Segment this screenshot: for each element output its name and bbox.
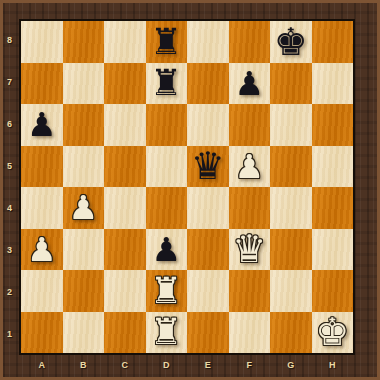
file-label-c: C xyxy=(104,356,146,374)
square-b4[interactable]: ♟ xyxy=(63,187,105,229)
square-a1[interactable] xyxy=(21,312,63,354)
square-d4[interactable] xyxy=(146,187,188,229)
square-e2[interactable] xyxy=(187,270,229,312)
square-g7[interactable] xyxy=(270,63,312,105)
square-e7[interactable] xyxy=(187,63,229,105)
chess-board[interactable]: ♜♚♜♟♟♛♟♟♟♟♛♜♜♚ xyxy=(19,19,355,355)
square-e8[interactable] xyxy=(187,21,229,63)
black-pawn-piece[interactable]: ♟ xyxy=(21,104,63,146)
square-d8[interactable]: ♜ xyxy=(146,21,188,63)
square-g4[interactable] xyxy=(270,187,312,229)
square-c8[interactable] xyxy=(104,21,146,63)
square-b6[interactable] xyxy=(63,104,105,146)
square-d3[interactable]: ♟ xyxy=(146,229,188,271)
square-f3[interactable]: ♛ xyxy=(229,229,271,271)
square-a7[interactable] xyxy=(21,63,63,105)
square-c2[interactable] xyxy=(104,270,146,312)
square-f8[interactable] xyxy=(229,21,271,63)
rank-label-8: 8 xyxy=(0,19,19,61)
square-b2[interactable] xyxy=(63,270,105,312)
square-h5[interactable] xyxy=(312,146,354,188)
white-rook-piece[interactable]: ♜ xyxy=(146,312,188,354)
square-f6[interactable] xyxy=(229,104,271,146)
file-label-a: A xyxy=(21,356,63,374)
white-pawn-piece[interactable]: ♟ xyxy=(63,187,105,229)
square-f4[interactable] xyxy=(229,187,271,229)
square-g1[interactable] xyxy=(270,312,312,354)
square-g6[interactable] xyxy=(270,104,312,146)
square-a6[interactable]: ♟ xyxy=(21,104,63,146)
square-c3[interactable] xyxy=(104,229,146,271)
square-b3[interactable] xyxy=(63,229,105,271)
square-e3[interactable] xyxy=(187,229,229,271)
square-e4[interactable] xyxy=(187,187,229,229)
square-h3[interactable] xyxy=(312,229,354,271)
square-c4[interactable] xyxy=(104,187,146,229)
square-g8[interactable]: ♚ xyxy=(270,21,312,63)
square-c7[interactable] xyxy=(104,63,146,105)
black-pawn-piece[interactable]: ♟ xyxy=(229,63,271,105)
square-e5[interactable]: ♛ xyxy=(187,146,229,188)
square-a2[interactable] xyxy=(21,270,63,312)
square-g2[interactable] xyxy=(270,270,312,312)
square-b7[interactable] xyxy=(63,63,105,105)
square-d2[interactable]: ♜ xyxy=(146,270,188,312)
white-queen-piece[interactable]: ♛ xyxy=(229,229,271,271)
rank-label-4: 4 xyxy=(0,187,19,229)
square-f7[interactable]: ♟ xyxy=(229,63,271,105)
file-label-b: B xyxy=(63,356,105,374)
square-h6[interactable] xyxy=(312,104,354,146)
black-rook-piece[interactable]: ♜ xyxy=(146,63,188,105)
square-h1[interactable]: ♚ xyxy=(312,312,354,354)
rank-label-7: 7 xyxy=(0,61,19,103)
square-b1[interactable] xyxy=(63,312,105,354)
file-label-h: H xyxy=(312,356,354,374)
rank-label-2: 2 xyxy=(0,271,19,313)
rank-labels: 87654321 xyxy=(0,19,19,355)
square-c5[interactable] xyxy=(104,146,146,188)
square-f1[interactable] xyxy=(229,312,271,354)
chess-board-frame: 87654321 ♜♚♜♟♟♛♟♟♟♟♛♜♜♚ ABCDEFGH xyxy=(0,0,380,380)
square-h8[interactable] xyxy=(312,21,354,63)
square-g5[interactable] xyxy=(270,146,312,188)
square-f2[interactable] xyxy=(229,270,271,312)
file-label-g: G xyxy=(270,356,312,374)
white-rook-piece[interactable]: ♜ xyxy=(146,270,188,312)
square-b5[interactable] xyxy=(63,146,105,188)
square-a5[interactable] xyxy=(21,146,63,188)
square-b8[interactable] xyxy=(63,21,105,63)
black-rook-piece[interactable]: ♜ xyxy=(146,21,188,63)
square-g3[interactable] xyxy=(270,229,312,271)
black-queen-piece[interactable]: ♛ xyxy=(187,146,229,188)
file-label-e: E xyxy=(187,356,229,374)
square-h7[interactable] xyxy=(312,63,354,105)
square-d5[interactable] xyxy=(146,146,188,188)
square-a4[interactable] xyxy=(21,187,63,229)
square-h2[interactable] xyxy=(312,270,354,312)
square-c6[interactable] xyxy=(104,104,146,146)
file-label-d: D xyxy=(146,356,188,374)
square-e1[interactable] xyxy=(187,312,229,354)
rank-label-6: 6 xyxy=(0,103,19,145)
rank-label-5: 5 xyxy=(0,145,19,187)
rank-label-1: 1 xyxy=(0,313,19,355)
square-c1[interactable] xyxy=(104,312,146,354)
black-pawn-piece[interactable]: ♟ xyxy=(146,229,188,271)
white-king-piece[interactable]: ♚ xyxy=(312,312,354,354)
file-label-f: F xyxy=(229,356,271,374)
white-pawn-piece[interactable]: ♟ xyxy=(21,229,63,271)
square-d1[interactable]: ♜ xyxy=(146,312,188,354)
square-d6[interactable] xyxy=(146,104,188,146)
square-h4[interactable] xyxy=(312,187,354,229)
square-f5[interactable]: ♟ xyxy=(229,146,271,188)
square-e6[interactable] xyxy=(187,104,229,146)
white-pawn-piece[interactable]: ♟ xyxy=(229,146,271,188)
file-labels: ABCDEFGH xyxy=(21,356,353,374)
square-d7[interactable]: ♜ xyxy=(146,63,188,105)
square-a8[interactable] xyxy=(21,21,63,63)
rank-label-3: 3 xyxy=(0,229,19,271)
square-a3[interactable]: ♟ xyxy=(21,229,63,271)
black-king-piece[interactable]: ♚ xyxy=(270,21,312,63)
